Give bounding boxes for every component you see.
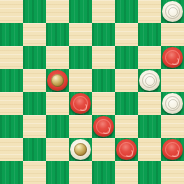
- square-r4c4: [92, 92, 115, 115]
- square-r6c2: [46, 138, 69, 161]
- square-r3c2[interactable]: [46, 69, 69, 92]
- square-r3c0[interactable]: [0, 69, 23, 92]
- square-r3c6[interactable]: [138, 69, 161, 92]
- square-r3c7: [161, 69, 184, 92]
- square-r1c5: [115, 23, 138, 46]
- square-r0c1[interactable]: [23, 0, 46, 23]
- square-r3c5: [115, 69, 138, 92]
- square-r0c3[interactable]: [69, 0, 92, 23]
- square-r4c7[interactable]: [161, 92, 184, 115]
- square-r6c4: [92, 138, 115, 161]
- checkers-board: [0, 0, 184, 184]
- red-man-piece[interactable]: [70, 93, 91, 114]
- square-r2c1[interactable]: [23, 46, 46, 69]
- square-r7c1: [23, 161, 46, 184]
- square-r0c6: [138, 0, 161, 23]
- red-man-piece[interactable]: [116, 139, 137, 160]
- square-r7c5: [115, 161, 138, 184]
- square-r2c2: [46, 46, 69, 69]
- square-r4c2: [46, 92, 69, 115]
- red-man-piece[interactable]: [162, 139, 183, 160]
- square-r6c1[interactable]: [23, 138, 46, 161]
- square-r6c0: [0, 138, 23, 161]
- square-r1c0[interactable]: [0, 23, 23, 46]
- square-r0c4: [92, 0, 115, 23]
- square-r0c2: [46, 0, 69, 23]
- square-r2c3[interactable]: [69, 46, 92, 69]
- white-man-piece[interactable]: [162, 1, 183, 22]
- square-r1c1: [23, 23, 46, 46]
- square-r6c7[interactable]: [161, 138, 184, 161]
- square-r4c1[interactable]: [23, 92, 46, 115]
- square-r5c7: [161, 115, 184, 138]
- square-r2c6: [138, 46, 161, 69]
- square-r6c5[interactable]: [115, 138, 138, 161]
- square-r1c2[interactable]: [46, 23, 69, 46]
- square-r4c0: [0, 92, 23, 115]
- white-man-piece[interactable]: [162, 93, 183, 114]
- square-r5c1: [23, 115, 46, 138]
- square-r1c4[interactable]: [92, 23, 115, 46]
- square-r1c3: [69, 23, 92, 46]
- square-r4c5[interactable]: [115, 92, 138, 115]
- square-r0c7[interactable]: [161, 0, 184, 23]
- square-r7c0[interactable]: [0, 161, 23, 184]
- square-r0c0: [0, 0, 23, 23]
- square-r2c7[interactable]: [161, 46, 184, 69]
- square-r1c7: [161, 23, 184, 46]
- square-r7c4[interactable]: [92, 161, 115, 184]
- square-r6c6: [138, 138, 161, 161]
- square-r4c3[interactable]: [69, 92, 92, 115]
- square-r2c0: [0, 46, 23, 69]
- square-r3c3: [69, 69, 92, 92]
- red-man-piece[interactable]: [93, 116, 114, 137]
- square-r5c2[interactable]: [46, 115, 69, 138]
- square-r3c4[interactable]: [92, 69, 115, 92]
- square-r6c3[interactable]: [69, 138, 92, 161]
- square-r0c5[interactable]: [115, 0, 138, 23]
- red-man-piece[interactable]: [162, 47, 183, 68]
- square-r5c4[interactable]: [92, 115, 115, 138]
- square-r7c6[interactable]: [138, 161, 161, 184]
- square-r7c2[interactable]: [46, 161, 69, 184]
- square-r7c7: [161, 161, 184, 184]
- square-r4c6: [138, 92, 161, 115]
- square-r2c4: [92, 46, 115, 69]
- square-r5c5: [115, 115, 138, 138]
- white-king-piece[interactable]: [70, 139, 91, 160]
- white-man-piece[interactable]: [139, 70, 160, 91]
- square-r3c1: [23, 69, 46, 92]
- red-king-piece[interactable]: [47, 70, 68, 91]
- square-r5c3: [69, 115, 92, 138]
- square-r2c5[interactable]: [115, 46, 138, 69]
- square-r7c3: [69, 161, 92, 184]
- square-r5c6[interactable]: [138, 115, 161, 138]
- square-r1c6[interactable]: [138, 23, 161, 46]
- square-r5c0[interactable]: [0, 115, 23, 138]
